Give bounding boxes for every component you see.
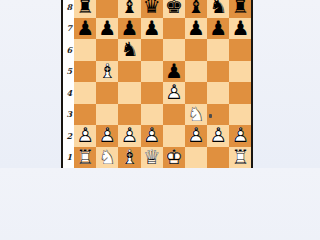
square-f8[interactable]: ♝ [185, 0, 207, 18]
square-e7[interactable] [163, 18, 185, 40]
white-pawn-icon: ♟♙ [74, 125, 96, 147]
square-b2[interactable]: ♟♙ [96, 125, 118, 147]
rank-label-1: 1 [63, 152, 72, 162]
white-pawn-icon: ♟♙ [118, 125, 140, 147]
square-g5[interactable] [207, 61, 229, 83]
square-h8[interactable]: ♜ [229, 0, 251, 18]
square-a3[interactable] [74, 104, 96, 126]
black-pawn-icon: ♟ [185, 18, 207, 40]
square-e8[interactable]: ♚ [163, 0, 185, 18]
black-pawn-icon: ♟ [74, 18, 96, 40]
square-a8[interactable]: ♜ [74, 0, 96, 18]
square-e4[interactable]: ♟♙ [163, 82, 185, 104]
square-g1[interactable] [207, 147, 229, 169]
square-d4[interactable] [141, 82, 163, 104]
square-c7[interactable]: ♟ [118, 18, 140, 40]
square-d5[interactable] [141, 61, 163, 83]
square-f2[interactable]: ♟♙ [185, 125, 207, 147]
square-g7[interactable]: ♟ [207, 18, 229, 40]
board: ♜♝♛♚♝♞♜♟♟♟♟♟♟♟♞♝♗♟♟♙♞♘♟♙♟♙♟♙♟♙♟♙♟♙♟♙♜♖♞♘… [74, 0, 252, 168]
black-pawn-icon: ♟ [141, 18, 163, 40]
square-c3[interactable] [118, 104, 140, 126]
square-c1[interactable]: ♝♗ [118, 147, 140, 169]
square-b5[interactable]: ♝♗ [96, 61, 118, 83]
square-h7[interactable]: ♟ [229, 18, 251, 40]
square-b8[interactable] [96, 0, 118, 18]
black-knight-icon: ♞ [118, 39, 140, 61]
white-pawn-icon: ♟♙ [141, 125, 163, 147]
rank-label-7: 7 [63, 23, 72, 33]
black-pawn-icon: ♟ [163, 61, 185, 83]
square-a7[interactable]: ♟ [74, 18, 96, 40]
square-d2[interactable]: ♟♙ [141, 125, 163, 147]
square-e2[interactable] [163, 125, 185, 147]
square-f4[interactable] [185, 82, 207, 104]
page-background: 87654321 ♜♝♛♚♝♞♜♟♟♟♟♟♟♟♞♝♗♟♟♙♞♘♟♙♟♙♟♙♟♙♟… [0, 0, 300, 168]
white-rook-icon: ♜♖ [74, 147, 96, 169]
black-pawn-icon: ♟ [207, 18, 229, 40]
rank-label-8: 8 [63, 2, 72, 12]
square-b1[interactable]: ♞♘ [96, 147, 118, 169]
square-h6[interactable] [229, 39, 251, 61]
white-pawn-icon: ♟♙ [185, 125, 207, 147]
white-knight-icon: ♞♘ [96, 147, 118, 169]
square-e5[interactable]: ♟ [163, 61, 185, 83]
square-c6[interactable]: ♞ [118, 39, 140, 61]
square-d8[interactable]: ♛ [141, 0, 163, 18]
square-d3[interactable] [141, 104, 163, 126]
square-f3[interactable]: ♞♘ [185, 104, 207, 126]
square-a5[interactable] [74, 61, 96, 83]
white-bishop-icon: ♝♗ [118, 147, 140, 169]
square-g8[interactable]: ♞ [207, 0, 229, 18]
square-f5[interactable] [185, 61, 207, 83]
cursor-speck [209, 114, 212, 118]
square-h5[interactable] [229, 61, 251, 83]
black-king-icon: ♚ [163, 0, 185, 18]
rank-label-4: 4 [63, 88, 72, 98]
square-c8[interactable]: ♝ [118, 0, 140, 18]
square-a2[interactable]: ♟♙ [74, 125, 96, 147]
square-a6[interactable] [74, 39, 96, 61]
square-b4[interactable] [96, 82, 118, 104]
white-queen-icon: ♛♕ [141, 147, 163, 169]
square-d1[interactable]: ♛♕ [141, 147, 163, 169]
square-d6[interactable] [141, 39, 163, 61]
square-b6[interactable] [96, 39, 118, 61]
black-bishop-icon: ♝ [185, 0, 207, 18]
white-pawn-icon: ♟♙ [96, 125, 118, 147]
square-h1[interactable]: ♜♖ [229, 147, 251, 169]
black-pawn-icon: ♟ [96, 18, 118, 40]
rank-label-6: 6 [63, 45, 72, 55]
rank-label-3: 3 [63, 109, 72, 119]
square-g2[interactable]: ♟♙ [207, 125, 229, 147]
black-knight-icon: ♞ [207, 0, 229, 18]
square-b7[interactable]: ♟ [96, 18, 118, 40]
square-g4[interactable] [207, 82, 229, 104]
square-h3[interactable] [229, 104, 251, 126]
square-c5[interactable] [118, 61, 140, 83]
white-rook-icon: ♜♖ [229, 147, 251, 169]
square-f7[interactable]: ♟ [185, 18, 207, 40]
chess-diagram: 87654321 ♜♝♛♚♝♞♜♟♟♟♟♟♟♟♞♝♗♟♟♙♞♘♟♙♟♙♟♙♟♙♟… [61, 0, 253, 168]
square-e1[interactable]: ♚♔ [163, 147, 185, 169]
square-e3[interactable] [163, 104, 185, 126]
white-king-icon: ♚♔ [163, 147, 185, 169]
square-f1[interactable] [185, 147, 207, 169]
square-g6[interactable] [207, 39, 229, 61]
black-bishop-icon: ♝ [118, 0, 140, 18]
square-h4[interactable] [229, 82, 251, 104]
square-h2[interactable]: ♟♙ [229, 125, 251, 147]
square-c4[interactable] [118, 82, 140, 104]
square-d7[interactable]: ♟ [141, 18, 163, 40]
square-a4[interactable] [74, 82, 96, 104]
black-pawn-icon: ♟ [118, 18, 140, 40]
rank-label-2: 2 [63, 131, 72, 141]
white-pawn-icon: ♟♙ [163, 82, 185, 104]
black-rook-icon: ♜ [229, 0, 251, 18]
black-queen-icon: ♛ [141, 0, 163, 18]
white-pawn-icon: ♟♙ [229, 125, 251, 147]
square-b3[interactable] [96, 104, 118, 126]
black-rook-icon: ♜ [74, 0, 96, 18]
square-a1[interactable]: ♜♖ [74, 147, 96, 169]
white-bishop-icon: ♝♗ [96, 61, 118, 83]
white-pawn-icon: ♟♙ [207, 125, 229, 147]
square-f6[interactable] [185, 39, 207, 61]
white-knight-icon: ♞♘ [185, 104, 207, 126]
black-pawn-icon: ♟ [229, 18, 251, 40]
square-c2[interactable]: ♟♙ [118, 125, 140, 147]
square-e6[interactable] [163, 39, 185, 61]
rank-label-5: 5 [63, 66, 72, 76]
